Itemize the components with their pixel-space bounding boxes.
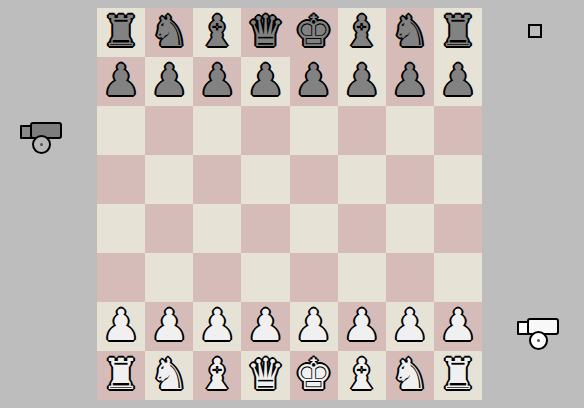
square-f5[interactable] <box>338 155 386 204</box>
square-h7[interactable]: ♟ <box>434 57 482 106</box>
square-f4[interactable] <box>338 204 386 253</box>
piece-white-pawn[interactable]: ♟ <box>198 304 237 347</box>
piece-black-pawn[interactable]: ♟ <box>246 59 285 102</box>
piece-black-knight[interactable]: ♞ <box>391 10 430 53</box>
square-c5[interactable] <box>193 155 241 204</box>
square-c6[interactable] <box>193 106 241 155</box>
square-b3[interactable] <box>145 253 193 302</box>
black-cannon-icon[interactable] <box>20 121 64 157</box>
square-h8[interactable]: ♜ <box>434 8 482 57</box>
square-g1[interactable]: ♞ <box>386 351 434 400</box>
piece-black-knight[interactable]: ♞ <box>150 10 189 53</box>
square-h5[interactable] <box>434 155 482 204</box>
square-d3[interactable] <box>241 253 289 302</box>
piece-white-pawn[interactable]: ♟ <box>439 304 478 347</box>
square-d6[interactable] <box>241 106 289 155</box>
square-a2[interactable]: ♟ <box>97 302 145 351</box>
square-b4[interactable] <box>145 204 193 253</box>
square-f6[interactable] <box>338 106 386 155</box>
square-b2[interactable]: ♟ <box>145 302 193 351</box>
square-h1[interactable]: ♜ <box>434 351 482 400</box>
square-c1[interactable]: ♝ <box>193 351 241 400</box>
piece-white-pawn[interactable]: ♟ <box>102 304 141 347</box>
square-d5[interactable] <box>241 155 289 204</box>
square-d2[interactable]: ♟ <box>241 302 289 351</box>
piece-black-king[interactable]: ♚ <box>294 10 333 53</box>
piece-white-pawn[interactable]: ♟ <box>391 304 430 347</box>
piece-white-queen[interactable]: ♛ <box>246 353 285 396</box>
square-a6[interactable] <box>97 106 145 155</box>
piece-white-pawn[interactable]: ♟ <box>342 304 381 347</box>
piece-black-pawn[interactable]: ♟ <box>391 59 430 102</box>
square-b7[interactable]: ♟ <box>145 57 193 106</box>
piece-white-rook[interactable]: ♜ <box>439 353 478 396</box>
piece-black-bishop[interactable]: ♝ <box>342 10 381 53</box>
square-g8[interactable]: ♞ <box>386 8 434 57</box>
square-g7[interactable]: ♟ <box>386 57 434 106</box>
square-g6[interactable] <box>386 106 434 155</box>
piece-white-knight[interactable]: ♞ <box>391 353 430 396</box>
square-d8[interactable]: ♛ <box>241 8 289 57</box>
square-e5[interactable] <box>290 155 338 204</box>
square-g2[interactable]: ♟ <box>386 302 434 351</box>
piece-black-rook[interactable]: ♜ <box>439 10 478 53</box>
square-d7[interactable]: ♟ <box>241 57 289 106</box>
piece-white-knight[interactable]: ♞ <box>150 353 189 396</box>
piece-white-rook[interactable]: ♜ <box>102 353 141 396</box>
square-h2[interactable]: ♟ <box>434 302 482 351</box>
square-a4[interactable] <box>97 204 145 253</box>
cannon-wheel <box>529 331 548 350</box>
piece-black-rook[interactable]: ♜ <box>102 10 141 53</box>
square-a8[interactable]: ♜ <box>97 8 145 57</box>
chess-app-window: { "window": { "width": 584, "height": 40… <box>0 0 584 408</box>
square-f3[interactable] <box>338 253 386 302</box>
square-e6[interactable] <box>290 106 338 155</box>
square-h3[interactable] <box>434 253 482 302</box>
piece-white-pawn[interactable]: ♟ <box>150 304 189 347</box>
square-b5[interactable] <box>145 155 193 204</box>
square-f7[interactable]: ♟ <box>338 57 386 106</box>
piece-black-pawn[interactable]: ♟ <box>294 59 333 102</box>
square-c3[interactable] <box>193 253 241 302</box>
piece-white-king[interactable]: ♚ <box>294 353 333 396</box>
piece-black-pawn[interactable]: ♟ <box>198 59 237 102</box>
white-cannon-icon[interactable] <box>517 317 561 353</box>
chess-board: ♜♞♝♛♚♝♞♜♟♟♟♟♟♟♟♟♟♟♟♟♟♟♟♟♜♞♝♛♚♝♞♜ <box>97 8 482 400</box>
piece-white-bishop[interactable]: ♝ <box>198 353 237 396</box>
piece-black-bishop[interactable]: ♝ <box>198 10 237 53</box>
cannon-wheel <box>32 135 51 154</box>
square-g4[interactable] <box>386 204 434 253</box>
piece-black-pawn[interactable]: ♟ <box>102 59 141 102</box>
square-e8[interactable]: ♚ <box>290 8 338 57</box>
square-a7[interactable]: ♟ <box>97 57 145 106</box>
piece-black-pawn[interactable]: ♟ <box>342 59 381 102</box>
square-h6[interactable] <box>434 106 482 155</box>
piece-white-pawn[interactable]: ♟ <box>294 304 333 347</box>
square-g3[interactable] <box>386 253 434 302</box>
square-f1[interactable]: ♝ <box>338 351 386 400</box>
piece-black-queen[interactable]: ♛ <box>246 10 285 53</box>
square-b8[interactable]: ♞ <box>145 8 193 57</box>
piece-white-pawn[interactable]: ♟ <box>246 304 285 347</box>
square-e2[interactable]: ♟ <box>290 302 338 351</box>
square-c4[interactable] <box>193 204 241 253</box>
square-d4[interactable] <box>241 204 289 253</box>
square-a1[interactable]: ♜ <box>97 351 145 400</box>
square-e3[interactable] <box>290 253 338 302</box>
square-f2[interactable]: ♟ <box>338 302 386 351</box>
square-c2[interactable]: ♟ <box>193 302 241 351</box>
piece-black-pawn[interactable]: ♟ <box>150 59 189 102</box>
square-a5[interactable] <box>97 155 145 204</box>
square-e1[interactable]: ♚ <box>290 351 338 400</box>
square-f8[interactable]: ♝ <box>338 8 386 57</box>
square-h4[interactable] <box>434 204 482 253</box>
empty-square-button[interactable] <box>528 24 542 38</box>
square-d1[interactable]: ♛ <box>241 351 289 400</box>
square-e7[interactable]: ♟ <box>290 57 338 106</box>
square-c7[interactable]: ♟ <box>193 57 241 106</box>
square-b6[interactable] <box>145 106 193 155</box>
square-b1[interactable]: ♞ <box>145 351 193 400</box>
square-a3[interactable] <box>97 253 145 302</box>
piece-black-pawn[interactable]: ♟ <box>439 59 478 102</box>
square-c8[interactable]: ♝ <box>193 8 241 57</box>
piece-white-bishop[interactable]: ♝ <box>342 353 381 396</box>
square-e4[interactable] <box>290 204 338 253</box>
square-g5[interactable] <box>386 155 434 204</box>
